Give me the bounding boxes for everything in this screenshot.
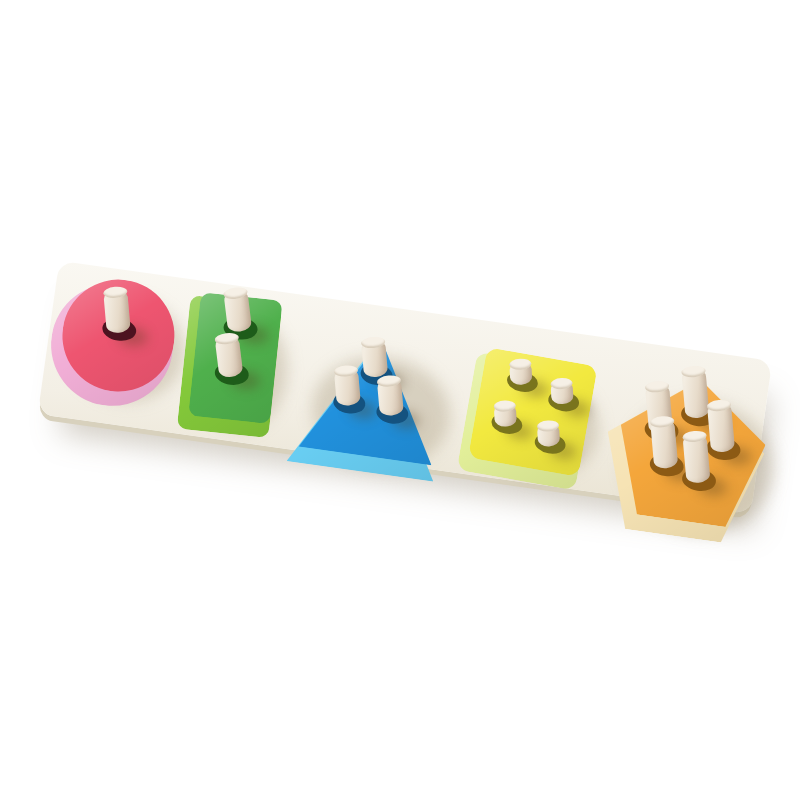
rectangle-2-pegs-wooden-peg-2 xyxy=(215,336,244,379)
slot-triangle-3-pegs xyxy=(299,329,448,466)
slot-rectangle-2-pegs xyxy=(188,292,283,424)
square-4-pegs-top-layer xyxy=(468,347,598,477)
pentagon-5-pegs-wooden-peg-4 xyxy=(650,419,678,469)
product-photo-scene xyxy=(0,0,800,800)
triangle-3-pegs-wooden-peg-1 xyxy=(361,340,388,378)
square-4-pegs-wooden-peg-3 xyxy=(494,404,517,427)
slot-circle-1-peg xyxy=(55,272,181,398)
sorting-board-plank xyxy=(38,261,773,515)
square-4-pegs-wooden-peg-4 xyxy=(537,424,560,447)
circle-1-peg-wooden-peg-1 xyxy=(103,290,131,334)
slot-square-4-pegs xyxy=(468,347,598,477)
pentagon-5-pegs-wooden-peg-5 xyxy=(682,434,710,484)
slot-pentagon-5-pegs xyxy=(609,370,773,531)
triangle-3-pegs-wooden-peg-3 xyxy=(377,379,404,417)
pentagon-5-pegs-wooden-peg-3 xyxy=(707,403,735,453)
triangle-3-pegs-wooden-peg-2 xyxy=(334,368,361,406)
square-4-pegs-wooden-peg-1 xyxy=(509,362,532,385)
square-4-pegs-wooden-peg-2 xyxy=(551,382,574,405)
pentagon-5-pegs-wooden-peg-2 xyxy=(681,369,709,419)
rectangle-2-pegs-wooden-peg-1 xyxy=(223,290,252,333)
